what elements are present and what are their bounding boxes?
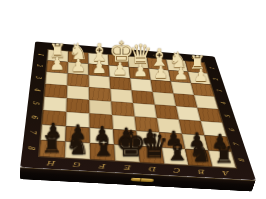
square-h6 <box>42 110 66 126</box>
square-d6 <box>135 116 160 132</box>
square-g4 <box>67 85 89 99</box>
board-frame: ♜♞♝♚♛♝♞♜♟♟♟♟♟♟♟♟♟♟♟♟♟♟♟♟♜♞♝♚♛♝♞♜ HGFEDCB… <box>20 41 256 180</box>
square-d4 <box>132 90 155 104</box>
square-f8: ♝ <box>90 143 115 161</box>
rank-label: 8 <box>228 154 255 166</box>
square-g7: ♟ <box>65 126 89 143</box>
rank-label: 2 <box>29 61 51 70</box>
rank-label: 3 <box>208 86 231 96</box>
square-e7: ♟ <box>113 129 138 146</box>
square-f7: ♟ <box>90 128 114 145</box>
brass-clasp-icon <box>131 178 154 183</box>
square-e5 <box>111 101 134 116</box>
rank-label: 1 <box>30 50 51 59</box>
square-e4 <box>110 89 133 103</box>
rank-label: 2 <box>205 75 227 84</box>
square-h5 <box>43 97 67 112</box>
square-g5 <box>66 98 89 113</box>
square-d7: ♟ <box>136 131 161 148</box>
square-d8: ♛ <box>138 146 164 164</box>
square-f6 <box>89 113 113 129</box>
square-c4 <box>153 92 176 106</box>
square-f3 <box>89 75 111 89</box>
square-e6 <box>112 115 136 131</box>
rank-label: 3 <box>27 72 50 82</box>
square-a4 <box>194 95 218 109</box>
square-g8: ♞ <box>65 141 90 159</box>
square-e8: ♚ <box>114 145 140 163</box>
square-h8: ♜ <box>39 140 65 158</box>
square-h7: ♟ <box>41 125 66 142</box>
chess-set-photo: ♜♞♝♚♛♝♞♜♟♟♟♟♟♟♟♟♟♟♟♟♟♟♟♟♜♞♝♚♛♝♞♜ HGFEDCB… <box>0 0 266 199</box>
square-g6 <box>66 112 90 128</box>
chess-board: ♜♞♝♚♛♝♞♜♟♟♟♟♟♟♟♟♟♟♟♟♟♟♟♟♜♞♝♚♛♝♞♜ HGFEDCB… <box>20 41 256 180</box>
